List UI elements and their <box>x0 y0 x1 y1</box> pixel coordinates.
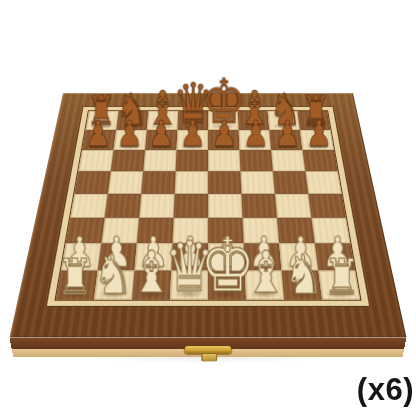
piece-shadow <box>173 289 205 298</box>
folding-chess-box: ♜♞♝♛♚♝♞♜♟♟♟♟♟♟♟♟♟♟♟♟♟♟♟♟♜♞♝♛♚♝♞♜ <box>10 93 407 338</box>
piece-shadow <box>286 289 319 298</box>
piece-shadow <box>119 123 145 129</box>
square-g3 <box>277 218 315 244</box>
square-a7: ♟ <box>82 130 116 150</box>
square-b6 <box>111 150 145 171</box>
square-h6 <box>302 150 337 171</box>
board-inlay-border: ♜♞♝♛♚♝♞♜♟♟♟♟♟♟♟♟♟♟♟♟♟♟♟♟♜♞♝♛♚♝♞♜ <box>45 107 370 307</box>
square-e1: ♚ <box>208 271 246 300</box>
square-f1: ♝ <box>245 271 284 300</box>
square-c5 <box>141 171 175 194</box>
square-b7: ♟ <box>114 130 147 150</box>
piece-shadow <box>101 261 133 270</box>
square-e2: ♟ <box>208 243 245 270</box>
square-f6 <box>239 150 272 171</box>
piece-shadow <box>324 289 357 298</box>
square-h4 <box>308 194 346 218</box>
square-g1: ♞ <box>282 271 323 300</box>
square-d6 <box>176 150 208 171</box>
photo-scene: ♜♞♝♛♚♝♞♜♟♟♟♟♟♟♟♟♟♟♟♟♟♟♟♟♜♞♝♛♚♝♞♜ <box>0 0 416 416</box>
square-g8: ♞ <box>268 111 300 130</box>
piece-shadow <box>210 123 236 129</box>
square-h5 <box>305 171 341 194</box>
square-a1: ♜ <box>56 271 98 300</box>
square-f8: ♝ <box>238 111 269 130</box>
square-a8: ♜ <box>86 111 119 130</box>
square-f5 <box>240 171 274 194</box>
piece-shadow <box>271 123 297 129</box>
square-b2: ♟ <box>98 243 137 270</box>
piece-shadow <box>284 261 316 270</box>
square-d5 <box>175 171 208 194</box>
square-c7: ♟ <box>145 130 177 150</box>
piece-shadow <box>59 289 92 298</box>
square-c8: ♝ <box>147 111 178 130</box>
box-front-face <box>10 338 407 357</box>
square-f3 <box>242 218 279 244</box>
board-frame: ♜♞♝♛♚♝♞♜♟♟♟♟♟♟♟♟♟♟♟♟♟♟♟♟♜♞♝♛♚♝♞♜ <box>10 93 407 338</box>
square-g6 <box>271 150 305 171</box>
square-d4 <box>174 194 208 218</box>
square-d1: ♛ <box>170 271 208 300</box>
square-c3 <box>137 218 174 244</box>
square-e5 <box>208 171 241 194</box>
square-d7: ♟ <box>177 130 208 150</box>
square-c4 <box>139 194 175 218</box>
piece-shadow <box>180 123 206 129</box>
piece-shadow <box>135 289 167 298</box>
square-g2: ♟ <box>279 243 318 270</box>
square-h7: ♟ <box>300 130 334 150</box>
pack-quantity-label: (x6) <box>357 372 414 408</box>
square-b3 <box>101 218 139 244</box>
piece-shadow <box>320 261 352 270</box>
chess-grid: ♜♞♝♛♚♝♞♜♟♟♟♟♟♟♟♟♟♟♟♟♟♟♟♟♜♞♝♛♚♝♞♜ <box>54 110 361 300</box>
product-photo: ♜♞♝♛♚♝♞♜♟♟♟♟♟♟♟♟♟♟♟♟♟♟♟♟♜♞♝♛♚♝♞♜ (x6) <box>0 0 416 416</box>
piece-shadow <box>85 143 112 149</box>
square-a6 <box>78 150 113 171</box>
square-b4 <box>105 194 142 218</box>
square-a2: ♟ <box>61 243 101 270</box>
piece-shadow <box>273 143 300 149</box>
square-d8: ♛ <box>177 111 208 130</box>
square-h8: ♜ <box>297 111 330 130</box>
square-e7: ♟ <box>208 130 239 150</box>
piece-shadow <box>211 289 243 298</box>
piece-shadow <box>242 143 269 149</box>
piece-shadow <box>247 261 278 270</box>
square-e4 <box>208 194 242 218</box>
square-c6 <box>143 150 176 171</box>
square-a4 <box>70 194 108 218</box>
square-a5 <box>74 171 110 194</box>
square-g5 <box>273 171 308 194</box>
square-g7: ♟ <box>269 130 302 150</box>
piece-shadow <box>137 261 168 270</box>
piece-shadow <box>148 143 175 149</box>
piece-shadow <box>149 123 175 129</box>
square-h3 <box>311 218 350 244</box>
square-f2: ♟ <box>244 243 282 270</box>
piece-shadow <box>241 123 267 129</box>
piece-shadow <box>88 123 115 129</box>
piece-shadow <box>64 261 96 270</box>
square-g4 <box>275 194 312 218</box>
square-c2: ♟ <box>134 243 172 270</box>
square-h2: ♟ <box>315 243 355 270</box>
square-f7: ♟ <box>239 130 271 150</box>
piece-shadow <box>304 143 331 149</box>
square-d2: ♟ <box>171 243 208 270</box>
square-e8: ♚ <box>208 111 239 130</box>
piece-shadow <box>301 123 328 129</box>
square-e6 <box>208 150 240 171</box>
square-h1: ♜ <box>318 271 360 300</box>
piece-shadow <box>116 143 143 149</box>
piece-shadow <box>97 289 130 298</box>
square-b1: ♞ <box>94 271 135 300</box>
piece-shadow <box>249 289 281 298</box>
piece-shadow <box>211 261 242 270</box>
square-f4 <box>241 194 277 218</box>
square-b8: ♞ <box>116 111 148 130</box>
square-a3 <box>66 218 105 244</box>
square-e3 <box>208 218 244 244</box>
square-b5 <box>108 171 143 194</box>
square-c1: ♝ <box>132 271 171 300</box>
square-d3 <box>172 218 208 244</box>
piece-shadow <box>210 143 236 149</box>
brass-clasp-icon <box>185 346 231 354</box>
piece-shadow <box>174 261 205 270</box>
piece-shadow <box>179 143 205 149</box>
